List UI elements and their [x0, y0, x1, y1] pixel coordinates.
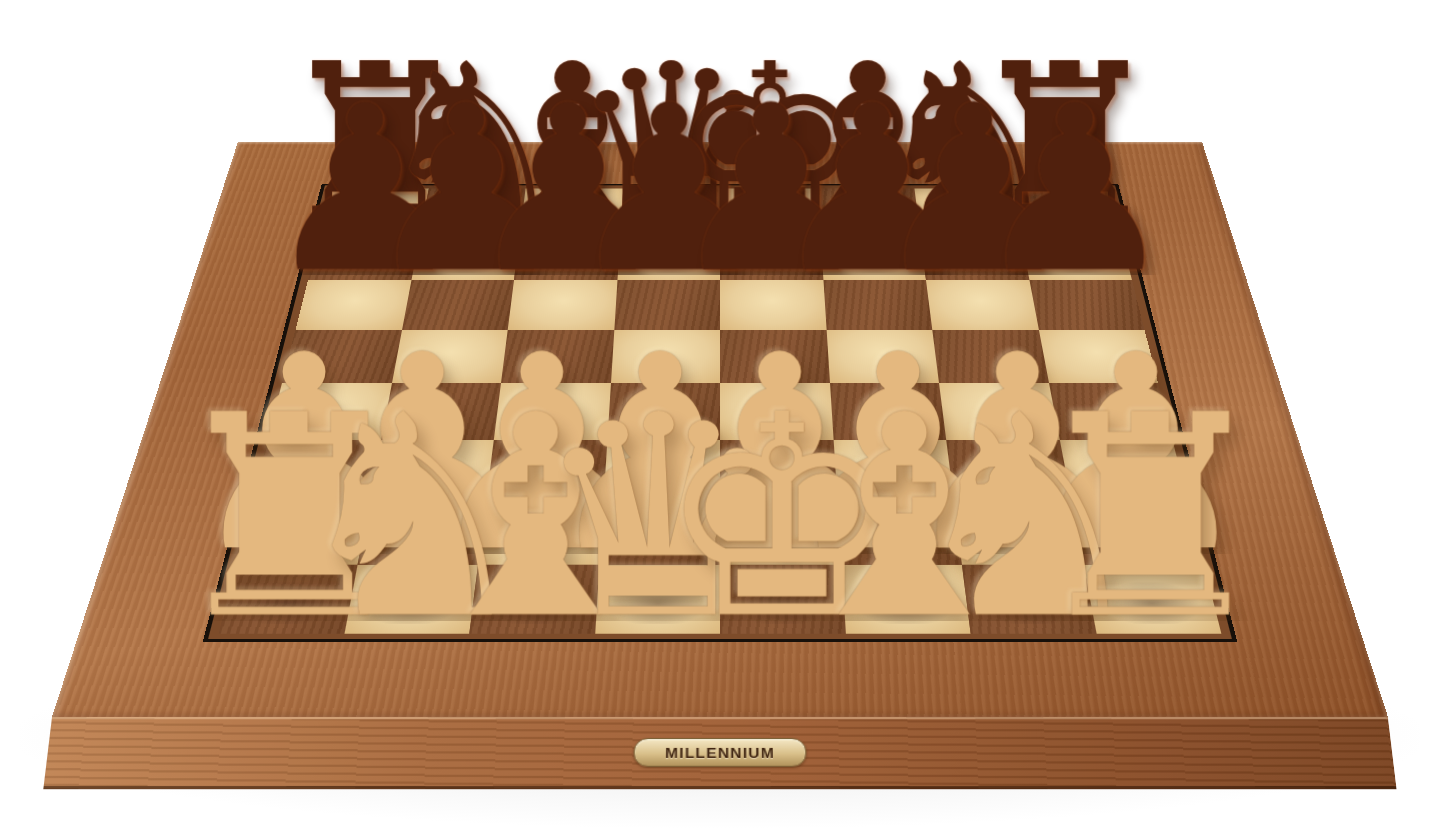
brand-plaque: MILLENNIUM	[633, 738, 806, 767]
board-grid: ♜♞♝♛♚♝♞♜♟♟♟♟♟♟♟♟♟♟♟♟♟♟♟♟♜♞♝♛♚♝♞♜	[203, 184, 1237, 642]
scene: ♜♞♝♛♚♝♞♜♟♟♟♟♟♟♟♟♟♟♟♟♟♟♟♟♜♞♝♛♚♝♞♜ MILLENN…	[0, 0, 1440, 835]
chess-board: ♜♞♝♛♚♝♞♜♟♟♟♟♟♟♟♟♟♟♟♟♟♟♟♟♜♞♝♛♚♝♞♜ MILLENN…	[52, 142, 1388, 717]
board-front-edge: MILLENNIUM	[43, 717, 1396, 789]
board-wood-frame: ♜♞♝♛♚♝♞♜♟♟♟♟♟♟♟♟♟♟♟♟♟♟♟♟♜♞♝♛♚♝♞♜	[52, 142, 1388, 717]
square-h7[interactable]: ♟	[1020, 233, 1132, 280]
brand-plaque-label: MILLENNIUM	[665, 744, 775, 761]
square-h1[interactable]: ♜	[1083, 564, 1221, 633]
